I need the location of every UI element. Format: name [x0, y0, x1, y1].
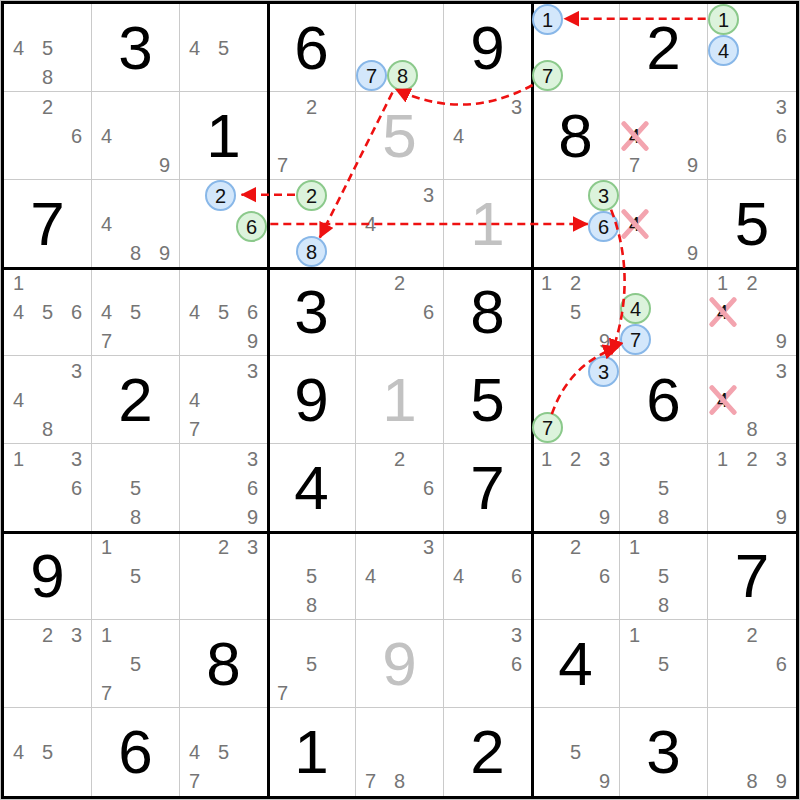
cell-r5c1[interactable]: 348	[4, 356, 92, 444]
candidate-r3c7-6[interactable]: 6	[588, 211, 619, 242]
cell-r1c7[interactable]: 17	[532, 4, 620, 92]
candidate-r6c7-9[interactable]: 9	[590, 502, 619, 531]
candidate-r4c9-1[interactable]: 1	[708, 268, 737, 297]
candidate-r1c7-7[interactable]: 7	[532, 60, 563, 91]
candidate-r6c3-3[interactable]: 3	[238, 444, 267, 473]
candidate-r8c8-5[interactable]: 5	[649, 649, 678, 678]
cell-r2c4[interactable]: 27	[268, 92, 356, 180]
candidate-r1c3-5[interactable]: 5	[209, 33, 238, 62]
cell-r3c4[interactable]: 28	[268, 180, 356, 268]
cell-r4c9[interactable]: 1249	[708, 268, 796, 356]
candidate-r3c2-8[interactable]: 8	[121, 238, 150, 267]
candidates-r1c3: 45	[180, 4, 267, 91]
candidates-r3c3: 26	[180, 180, 267, 267]
candidate-r7c8-1[interactable]: 1	[620, 532, 649, 561]
cell-r6c1[interactable]: 136	[4, 444, 92, 532]
candidates-r8c9: 26	[708, 620, 796, 707]
value-r3c1: 7	[4, 180, 91, 267]
cell-r9c3[interactable]: 457	[180, 708, 268, 796]
candidate-r8c2-1[interactable]: 1	[92, 620, 121, 649]
candidates-r5c7: 37	[532, 356, 619, 443]
candidate-r4c7-1[interactable]: 1	[532, 268, 561, 297]
candidate-r1c3-4[interactable]: 4	[180, 33, 209, 62]
candidate-r9c9-9[interactable]: 9	[767, 767, 796, 796]
cell-r7c8[interactable]: 158	[620, 532, 708, 620]
cell-r6c8[interactable]: 58	[620, 444, 708, 532]
candidate-r5c9-3[interactable]: 3	[767, 356, 796, 385]
candidate-r6c1-6[interactable]: 6	[62, 473, 91, 502]
cell-r5c6[interactable]: 5	[444, 356, 532, 444]
cell-r2c9[interactable]: 36	[708, 92, 796, 180]
candidate-r4c2-4[interactable]: 4	[92, 297, 121, 326]
cell-r2c3[interactable]: 1	[180, 92, 268, 180]
candidate-r7c8-8[interactable]: 8	[649, 590, 678, 619]
cell-r4c8[interactable]: 47	[620, 268, 708, 356]
candidate-r3c4-2[interactable]: 2	[296, 180, 327, 211]
cell-r9c8[interactable]: 3	[620, 708, 708, 796]
candidates-r3c4: 28	[268, 180, 355, 267]
candidate-r8c9-6[interactable]: 6	[767, 649, 796, 678]
cell-r1c9[interactable]: 14	[708, 4, 796, 92]
cell-r4c5[interactable]: 26	[356, 268, 444, 356]
candidates-r7c6: 46	[444, 532, 531, 619]
cell-r5c5[interactable]: 1	[356, 356, 444, 444]
candidate-r1c5-7[interactable]: 7	[356, 60, 387, 91]
candidate-r2c8-4[interactable]: 4	[620, 121, 649, 150]
chain-node-r1c7-7-green: 7	[532, 60, 563, 91]
candidate-r8c9-2[interactable]: 2	[737, 620, 766, 649]
cell-r9c1[interactable]: 45	[4, 708, 92, 796]
candidates-r6c1: 136	[4, 444, 91, 531]
chain-node-r1c7-1-blue: 1	[532, 4, 563, 35]
chain-node-r5c7-3-blue: 3	[588, 356, 619, 387]
candidate-r5c3-4[interactable]: 4	[180, 385, 209, 414]
candidates-r7c5: 34	[356, 532, 443, 619]
candidate-r4c1-6[interactable]: 6	[62, 297, 91, 326]
candidate-r6c2-8[interactable]: 8	[121, 502, 150, 531]
sudoku-frame: 4583456789172142649127534847936748926283…	[0, 0, 800, 800]
candidate-r6c9-3[interactable]: 3	[767, 444, 796, 473]
candidate-r8c6-3[interactable]: 3	[502, 620, 531, 649]
candidate-r7c3-2[interactable]: 2	[209, 532, 238, 561]
candidate-r6c5-2[interactable]: 2	[385, 444, 414, 473]
candidates-r6c3: 369	[180, 444, 267, 531]
value-r4c6: 8	[444, 268, 531, 355]
candidate-r9c5-8[interactable]: 8	[385, 767, 414, 796]
candidate-r6c5-6[interactable]: 6	[414, 473, 443, 502]
candidates-r4c1: 1456	[4, 268, 91, 355]
cell-r9c7[interactable]: 59	[532, 708, 620, 796]
candidate-r6c9-9[interactable]: 9	[767, 502, 796, 531]
value-r5c6: 5	[444, 356, 531, 443]
candidate-r9c9-8[interactable]: 8	[737, 767, 766, 796]
candidate-r8c2-5[interactable]: 5	[121, 649, 150, 678]
value-r9c2: 6	[92, 708, 179, 796]
candidate-r3c5-3[interactable]: 3	[414, 180, 443, 209]
cell-r3c1[interactable]: 7	[4, 180, 92, 268]
candidate-r7c8-5[interactable]: 5	[649, 561, 678, 590]
cell-r7c7[interactable]: 26	[532, 532, 620, 620]
candidates-r1c1: 458	[4, 4, 91, 91]
cell-r2c7[interactable]: 8	[532, 92, 620, 180]
candidate-r4c7-9[interactable]: 9	[590, 326, 619, 355]
value-r6c6: 7	[444, 444, 531, 531]
candidate-r4c1-5[interactable]: 5	[33, 297, 62, 326]
candidate-r7c6-6[interactable]: 6	[502, 561, 531, 590]
candidate-r5c3-3[interactable]: 3	[238, 356, 267, 385]
candidate-r9c3-7[interactable]: 7	[180, 767, 209, 796]
cell-r2c6[interactable]: 34	[444, 92, 532, 180]
candidate-r3c3-6[interactable]: 6	[236, 211, 267, 242]
value-r1c6: 9	[444, 4, 531, 91]
candidate-r3c8-9[interactable]: 9	[678, 238, 707, 267]
value-r1c4: 6	[268, 4, 355, 91]
cell-r4c2[interactable]: 457	[92, 268, 180, 356]
cell-r5c8[interactable]: 6	[620, 356, 708, 444]
cell-r5c4[interactable]: 9	[268, 356, 356, 444]
candidate-r7c7-6[interactable]: 6	[590, 561, 619, 590]
value-r8c3: 8	[180, 620, 267, 707]
candidates-r3c2: 489	[92, 180, 179, 267]
cell-r7c3[interactable]: 23	[180, 532, 268, 620]
candidates-r6c5: 26	[356, 444, 443, 531]
cell-r1c6[interactable]: 9	[444, 4, 532, 92]
cell-r1c1[interactable]: 458	[4, 4, 92, 92]
value-r7c1: 9	[4, 532, 91, 619]
candidates-r1c5: 78	[356, 4, 443, 91]
candidate-r5c7-7[interactable]: 7	[532, 412, 563, 443]
candidate-r4c9-9[interactable]: 9	[767, 326, 796, 355]
candidate-r8c8-1[interactable]: 1	[620, 620, 649, 649]
candidate-r3c8-4[interactable]: 4	[620, 209, 649, 238]
value-r2c7: 8	[532, 92, 619, 179]
candidate-r9c5-7[interactable]: 7	[356, 767, 385, 796]
value-r9c8: 3	[620, 708, 707, 796]
candidate-r3c2-4[interactable]: 4	[92, 209, 121, 238]
candidate-r4c9-2[interactable]: 2	[737, 268, 766, 297]
candidate-r8c4-7[interactable]: 7	[268, 678, 297, 707]
candidates-r1c7: 17	[532, 4, 619, 91]
cell-r5c2[interactable]: 2	[92, 356, 180, 444]
chain-node-r3c7-3-green: 3	[588, 180, 619, 211]
value-r5c8: 6	[620, 356, 707, 443]
eliminated-digit: 4	[629, 126, 640, 146]
chain-node-r1c9-1-green: 1	[708, 4, 739, 35]
candidates-r7c2: 15	[92, 532, 179, 619]
candidate-r4c5-2[interactable]: 2	[385, 268, 414, 297]
candidates-r9c1: 45	[4, 708, 91, 796]
cell-r8c3[interactable]: 8	[180, 620, 268, 708]
candidate-r2c9-3[interactable]: 3	[767, 92, 796, 121]
cell-r6c6[interactable]: 7	[444, 444, 532, 532]
candidate-r4c3-9[interactable]: 9	[238, 326, 267, 355]
cell-r4c1[interactable]: 1456	[4, 268, 92, 356]
value-r4c4: 3	[268, 268, 355, 355]
cell-r9c5[interactable]: 78	[356, 708, 444, 796]
cell-r9c4[interactable]: 1	[268, 708, 356, 796]
candidate-r8c2-7[interactable]: 7	[92, 678, 121, 707]
cell-r2c5[interactable]: 5	[356, 92, 444, 180]
candidates-r4c9: 1249	[708, 268, 796, 355]
candidate-r6c1-3[interactable]: 3	[62, 444, 91, 473]
candidate-r2c1-2[interactable]: 2	[33, 92, 62, 121]
cell-r3c2[interactable]: 489	[92, 180, 180, 268]
chain-node-r3c7-6-blue: 6	[588, 211, 619, 242]
cell-r8c5[interactable]: 9	[356, 620, 444, 708]
candidate-r1c1-4[interactable]: 4	[4, 33, 33, 62]
cell-r6c7[interactable]: 1239	[532, 444, 620, 532]
candidate-r5c1-4[interactable]: 4	[4, 385, 33, 414]
candidates-r3c7: 36	[532, 180, 619, 267]
candidate-r7c4-8[interactable]: 8	[297, 590, 326, 619]
chain-node-r4c8-4-green: 4	[620, 293, 651, 324]
candidate-r4c7-5[interactable]: 5	[561, 297, 590, 326]
cell-r2c8[interactable]: 479	[620, 92, 708, 180]
value-r5c4: 9	[268, 356, 355, 443]
candidate-r1c9-4[interactable]: 4	[708, 35, 739, 66]
candidate-r4c5-6[interactable]: 6	[414, 297, 443, 326]
candidate-r9c7-5[interactable]: 5	[561, 737, 590, 766]
cell-r8c2[interactable]: 157	[92, 620, 180, 708]
cell-r4c7[interactable]: 1259	[532, 268, 620, 356]
candidate-r3c4-8[interactable]: 8	[296, 236, 327, 267]
candidate-r2c2-9[interactable]: 9	[150, 150, 179, 179]
cell-r3c7[interactable]: 36	[532, 180, 620, 268]
value-r1c8: 2	[620, 4, 707, 91]
candidate-r3c3-2[interactable]: 2	[205, 180, 236, 211]
value-r5c5: 1	[356, 356, 443, 443]
chain-node-r3c4-8-blue: 8	[296, 236, 327, 267]
candidate-r1c5-8[interactable]: 8	[387, 60, 418, 91]
cell-r8c8[interactable]: 15	[620, 620, 708, 708]
candidate-r4c8-4[interactable]: 4	[620, 293, 651, 324]
candidate-r6c7-2[interactable]: 2	[561, 444, 590, 473]
candidate-r7c5-3[interactable]: 3	[414, 532, 443, 561]
candidates-r7c7: 26	[532, 532, 619, 619]
candidate-r9c1-4[interactable]: 4	[4, 737, 33, 766]
candidates-r8c4: 57	[268, 620, 355, 707]
candidates-r4c7: 1259	[532, 268, 619, 355]
candidate-r5c7-3[interactable]: 3	[588, 356, 619, 387]
candidate-r1c1-5[interactable]: 5	[33, 33, 62, 62]
candidates-r9c5: 78	[356, 708, 443, 796]
candidate-r9c3-5[interactable]: 5	[209, 737, 238, 766]
value-r8c7: 4	[532, 620, 619, 707]
chain-node-r3c3-6-green: 6	[236, 211, 267, 242]
candidates-r6c8: 58	[620, 444, 707, 531]
candidate-r2c1-6[interactable]: 6	[62, 121, 91, 150]
value-r3c6: 1	[444, 180, 531, 267]
candidate-r2c4-7[interactable]: 7	[268, 150, 297, 179]
candidate-r6c2-5[interactable]: 5	[121, 473, 150, 502]
candidates-r5c3: 347	[180, 356, 267, 443]
cell-r3c3[interactable]: 26	[180, 180, 268, 268]
candidate-r2c2-4[interactable]: 4	[92, 121, 121, 150]
value-r3c9: 5	[708, 180, 796, 267]
cell-r2c1[interactable]: 26	[4, 92, 92, 180]
chain-node-r5c7-7-green: 7	[532, 412, 563, 443]
candidate-r7c6-4[interactable]: 4	[444, 561, 473, 590]
candidate-r8c6-6[interactable]: 6	[502, 649, 531, 678]
value-r6c4: 4	[268, 444, 355, 531]
candidate-r4c2-7[interactable]: 7	[92, 326, 121, 355]
cell-r3c9[interactable]: 5	[708, 180, 796, 268]
candidate-r6c8-5[interactable]: 5	[649, 473, 678, 502]
value-r7c9: 7	[708, 532, 796, 619]
candidate-r4c3-4[interactable]: 4	[180, 297, 209, 326]
chain-node-r4c8-7-blue: 7	[620, 324, 651, 355]
cell-r5c9[interactable]: 348	[708, 356, 796, 444]
candidate-r6c9-1[interactable]: 1	[708, 444, 737, 473]
candidates-r2c9: 36	[708, 92, 796, 179]
eliminated-candidate-r2c8-4: 4	[620, 121, 649, 150]
candidates-r4c3: 4569	[180, 268, 267, 355]
cell-r3c6[interactable]: 1	[444, 180, 532, 268]
candidate-r5c1-8[interactable]: 8	[33, 414, 62, 443]
cell-r3c8[interactable]: 49	[620, 180, 708, 268]
candidates-r2c2: 49	[92, 92, 179, 179]
candidates-r8c1: 23	[4, 620, 91, 707]
candidates-r2c1: 26	[4, 92, 91, 179]
cell-r6c4[interactable]: 4	[268, 444, 356, 532]
candidate-r7c2-1[interactable]: 1	[92, 532, 121, 561]
candidates-r2c6: 34	[444, 92, 531, 179]
cell-r7c5[interactable]: 34	[356, 532, 444, 620]
candidate-r4c1-4[interactable]: 4	[4, 297, 33, 326]
candidates-r2c4: 27	[268, 92, 355, 179]
cell-r8c6[interactable]: 36	[444, 620, 532, 708]
candidate-r9c3-4[interactable]: 4	[180, 737, 209, 766]
value-r2c5: 5	[356, 92, 443, 179]
cell-r1c3[interactable]: 45	[180, 4, 268, 92]
candidate-r4c2-5[interactable]: 5	[121, 297, 150, 326]
candidate-r7c2-5[interactable]: 5	[121, 561, 150, 590]
cell-r7c1[interactable]: 9	[4, 532, 92, 620]
cell-r4c4[interactable]: 3	[268, 268, 356, 356]
candidate-r4c7-2[interactable]: 2	[561, 268, 590, 297]
candidate-r1c9-1[interactable]: 1	[708, 4, 739, 35]
cell-r3c5[interactable]: 34	[356, 180, 444, 268]
candidate-r2c4-2[interactable]: 2	[297, 92, 326, 121]
candidate-r7c3-3[interactable]: 3	[238, 532, 267, 561]
cell-r6c3[interactable]: 369	[180, 444, 268, 532]
cell-r9c9[interactable]: 89	[708, 708, 796, 796]
candidates-r7c4: 58	[268, 532, 355, 619]
candidate-r8c4-5[interactable]: 5	[297, 649, 326, 678]
candidate-r7c5-4[interactable]: 4	[356, 561, 385, 590]
cell-r8c4[interactable]: 57	[268, 620, 356, 708]
value-r1c2: 3	[92, 4, 179, 91]
candidate-r5c3-7[interactable]: 7	[180, 414, 209, 443]
cell-r6c5[interactable]: 26	[356, 444, 444, 532]
candidate-r3c5-4[interactable]: 4	[356, 209, 385, 238]
candidate-r4c8-7[interactable]: 7	[620, 324, 651, 355]
candidates-r9c9: 89	[708, 708, 796, 796]
candidate-r4c3-5[interactable]: 5	[209, 297, 238, 326]
candidate-r2c8-7[interactable]: 7	[620, 150, 649, 179]
cell-r8c9[interactable]: 26	[708, 620, 796, 708]
cell-r9c6[interactable]: 2	[444, 708, 532, 796]
cell-r1c4[interactable]: 6	[268, 4, 356, 92]
candidate-r6c1-1[interactable]: 1	[4, 444, 33, 473]
cell-r7c6[interactable]: 46	[444, 532, 532, 620]
candidate-r6c3-9[interactable]: 9	[238, 502, 267, 531]
cell-r4c6[interactable]: 8	[444, 268, 532, 356]
cell-r1c2[interactable]: 3	[92, 4, 180, 92]
eliminated-candidate-r5c9-4: 4	[708, 385, 737, 414]
candidates-r6c2: 58	[92, 444, 179, 531]
cell-r6c9[interactable]: 1239	[708, 444, 796, 532]
candidate-r7c7-2[interactable]: 2	[561, 532, 590, 561]
cell-r7c9[interactable]: 7	[708, 532, 796, 620]
cell-r7c2[interactable]: 15	[92, 532, 180, 620]
chain-node-r3c3-2-blue: 2	[205, 180, 236, 211]
candidate-r9c7-9[interactable]: 9	[590, 767, 619, 796]
candidate-r7c4-5[interactable]: 5	[297, 561, 326, 590]
candidate-r6c7-3[interactable]: 3	[590, 444, 619, 473]
candidate-r2c6-4[interactable]: 4	[444, 121, 473, 150]
eliminated-digit: 4	[629, 214, 640, 234]
cell-r9c2[interactable]: 6	[92, 708, 180, 796]
candidate-r9c1-5[interactable]: 5	[33, 737, 62, 766]
candidate-r5c1-3[interactable]: 3	[62, 356, 91, 385]
candidate-r5c9-4[interactable]: 4	[708, 385, 737, 414]
cell-r8c7[interactable]: 4	[532, 620, 620, 708]
candidates-r4c8: 47	[620, 268, 707, 355]
candidates-r6c7: 1239	[532, 444, 619, 531]
cell-r4c3[interactable]: 4569	[180, 268, 268, 356]
candidate-r2c8-9[interactable]: 9	[678, 150, 707, 179]
candidates-r5c9: 348	[708, 356, 796, 443]
cell-r1c5[interactable]: 78	[356, 4, 444, 92]
candidate-r2c6-3[interactable]: 3	[502, 92, 531, 121]
candidate-r2c9-6[interactable]: 6	[767, 121, 796, 150]
candidate-r4c1-1[interactable]: 1	[4, 268, 33, 297]
chain-node-r1c5-8-green: 8	[387, 60, 418, 91]
candidates-r4c5: 26	[356, 268, 443, 355]
cell-r2c2[interactable]: 49	[92, 92, 180, 180]
candidate-r1c1-8[interactable]: 8	[33, 62, 62, 91]
value-r5c2: 2	[92, 356, 179, 443]
cell-r1c8[interactable]: 2	[620, 4, 708, 92]
cell-r7c4[interactable]: 58	[268, 532, 356, 620]
candidates-r9c3: 457	[180, 708, 267, 796]
candidate-r6c3-6[interactable]: 6	[238, 473, 267, 502]
chain-node-r3c4-2-green: 2	[296, 180, 327, 211]
candidate-r4c3-6[interactable]: 6	[238, 297, 267, 326]
chain-node-r1c9-4-blue: 4	[708, 35, 739, 66]
candidate-r5c9-8[interactable]: 8	[737, 414, 766, 443]
value-r2c3: 1	[180, 92, 267, 179]
candidate-r6c8-8[interactable]: 8	[649, 502, 678, 531]
candidates-r6c9: 1239	[708, 444, 796, 531]
candidate-r8c1-3[interactable]: 3	[62, 620, 91, 649]
cell-r5c7[interactable]: 37	[532, 356, 620, 444]
candidate-r4c9-4[interactable]: 4	[708, 297, 737, 326]
cell-r6c2[interactable]: 58	[92, 444, 180, 532]
candidate-r1c7-1[interactable]: 1	[532, 4, 563, 35]
cell-r8c1[interactable]: 23	[4, 620, 92, 708]
candidate-r3c7-3[interactable]: 3	[588, 180, 619, 211]
cell-r5c3[interactable]: 347	[180, 356, 268, 444]
eliminated-candidate-r4c9-4: 4	[708, 297, 737, 326]
candidate-r8c1-2[interactable]: 2	[33, 620, 62, 649]
candidate-r6c9-2[interactable]: 2	[737, 444, 766, 473]
value-r8c5: 9	[356, 620, 443, 707]
candidate-r3c2-9[interactable]: 9	[150, 238, 179, 267]
candidates-r3c5: 34	[356, 180, 443, 267]
candidate-r6c7-1[interactable]: 1	[532, 444, 561, 473]
